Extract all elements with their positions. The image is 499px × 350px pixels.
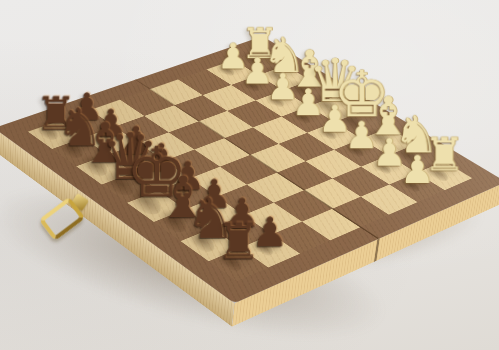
brass-clasp — [41, 196, 89, 238]
photo-scene: ♜♟♞♟♝♟♛♟♚♟♝♟♟♞♜♟♟♜♞♟♟♝♟♛♟♚♟♝♟♞♟♜ — [0, 0, 499, 350]
piece-white-pawn: ♟ — [400, 151, 434, 189]
piece-black-rook: ♜ — [216, 216, 261, 266]
